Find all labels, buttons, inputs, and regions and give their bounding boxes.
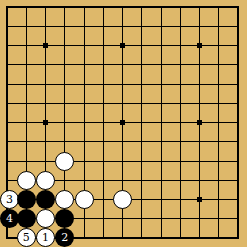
white-stone xyxy=(36,209,55,228)
black-stone xyxy=(55,209,74,228)
grid-line-horizontal xyxy=(6,161,239,162)
white-stone xyxy=(36,171,55,190)
grid-line-vertical xyxy=(218,6,219,239)
black-stone: 2 xyxy=(55,228,74,247)
white-stone: 5 xyxy=(17,228,36,247)
star-point xyxy=(120,120,125,125)
move-number-label: 1 xyxy=(42,232,49,243)
grid-line-horizontal xyxy=(6,141,239,142)
go-board: 34512 xyxy=(0,0,247,247)
black-stone xyxy=(17,190,36,209)
black-stone xyxy=(36,190,55,209)
go-diagram: 34512 xyxy=(0,0,247,247)
move-number-label: 3 xyxy=(6,194,13,205)
star-point xyxy=(197,120,202,125)
star-point xyxy=(43,43,48,48)
star-point xyxy=(43,120,48,125)
grid-line-vertical xyxy=(237,6,239,239)
white-stone xyxy=(113,190,132,209)
white-stone xyxy=(17,171,36,190)
white-stone: 1 xyxy=(36,228,55,247)
white-stone xyxy=(75,190,94,209)
grid-line-vertical xyxy=(141,6,142,239)
white-stone xyxy=(55,190,74,209)
star-point xyxy=(197,197,202,202)
star-point xyxy=(120,43,125,48)
black-stone xyxy=(17,209,36,228)
star-point xyxy=(197,43,202,48)
move-number-label: 4 xyxy=(6,213,13,224)
white-stone xyxy=(55,152,74,171)
move-number-label: 2 xyxy=(61,232,68,243)
move-number-label: 5 xyxy=(23,232,30,243)
grid-line-vertical xyxy=(161,6,162,239)
grid-line-vertical xyxy=(180,6,181,239)
